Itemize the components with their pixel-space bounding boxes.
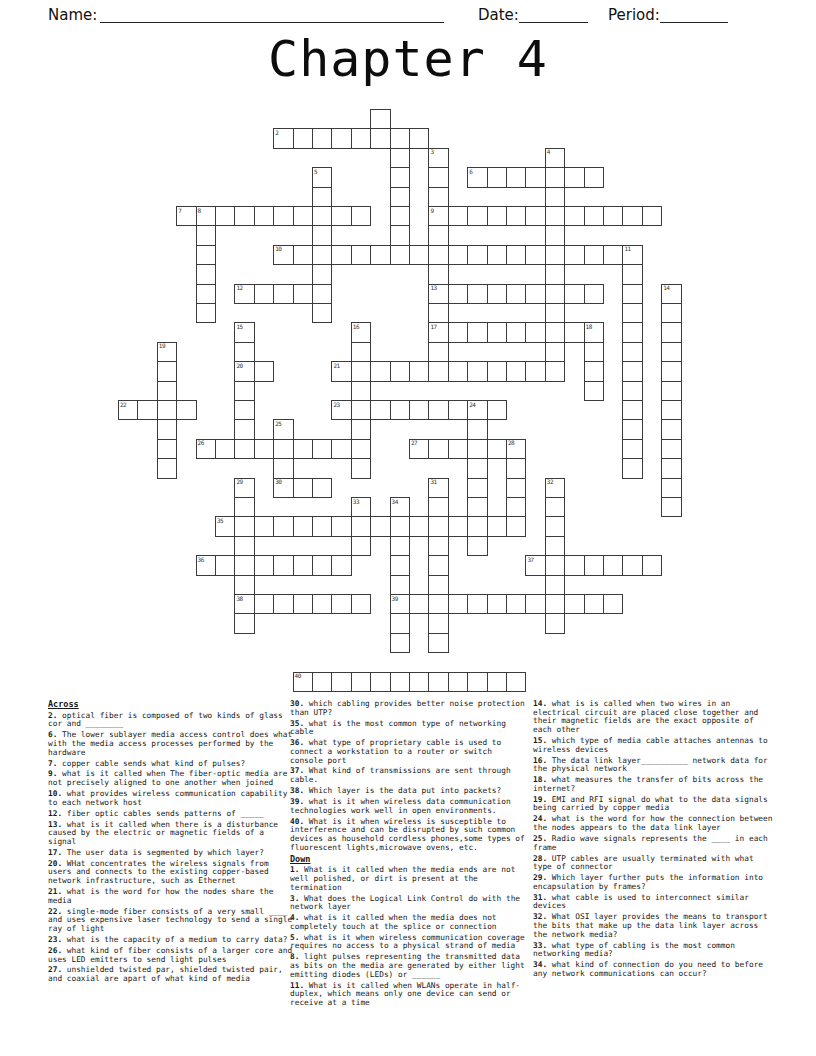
- grid-cell[interactable]: [467, 594, 487, 614]
- grid-cell[interactable]: [545, 322, 565, 342]
- grid-cell[interactable]: [390, 187, 410, 207]
- grid-cell[interactable]: 36: [196, 555, 216, 575]
- grid-cell[interactable]: [622, 439, 642, 459]
- grid-cell[interactable]: [525, 284, 545, 304]
- grid-cell[interactable]: [448, 284, 468, 304]
- grid-cell[interactable]: [215, 206, 235, 226]
- grid-cell[interactable]: [312, 128, 332, 148]
- grid-cell[interactable]: [157, 361, 177, 381]
- grid-cell[interactable]: [215, 439, 235, 459]
- grid-cell[interactable]: [254, 361, 274, 381]
- grid-cell[interactable]: 25: [273, 419, 293, 439]
- grid-cell[interactable]: [254, 439, 274, 459]
- grid-cell[interactable]: [370, 400, 390, 420]
- grid-cell[interactable]: [584, 555, 604, 575]
- grid-cell[interactable]: 38: [234, 594, 254, 614]
- grid-cell[interactable]: [370, 245, 390, 265]
- grid-cell[interactable]: 20: [234, 361, 254, 381]
- grid-cell[interactable]: [157, 458, 177, 478]
- grid-cell[interactable]: [234, 555, 254, 575]
- grid-cell[interactable]: [273, 516, 293, 536]
- grid-cell[interactable]: [622, 361, 642, 381]
- grid-cell[interactable]: [428, 361, 448, 381]
- grid-cell[interactable]: [428, 245, 448, 265]
- grid-cell[interactable]: [506, 497, 526, 517]
- grid-cell[interactable]: [584, 342, 604, 362]
- grid-cell[interactable]: [370, 516, 390, 536]
- grid-cell[interactable]: [157, 400, 177, 420]
- grid-cell[interactable]: [157, 419, 177, 439]
- grid-cell[interactable]: [390, 516, 410, 536]
- grid-cell[interactable]: [545, 594, 565, 614]
- grid-cell[interactable]: [467, 439, 487, 459]
- grid-cell[interactable]: [622, 264, 642, 284]
- grid-cell[interactable]: [390, 245, 410, 265]
- grid-cell[interactable]: [661, 419, 681, 439]
- grid-cell[interactable]: [390, 361, 410, 381]
- grid-cell[interactable]: [409, 516, 429, 536]
- grid-cell[interactable]: [293, 128, 313, 148]
- grid-cell[interactable]: [506, 594, 526, 614]
- grid-cell[interactable]: [428, 167, 448, 187]
- grid-cell[interactable]: [351, 245, 371, 265]
- grid-cell[interactable]: [584, 381, 604, 401]
- grid-cell[interactable]: 7: [176, 206, 196, 226]
- grid-cell[interactable]: 11: [622, 245, 642, 265]
- grid-cell[interactable]: [234, 536, 254, 556]
- across-clue-10: 10. what provides wireless communication…: [48, 790, 296, 807]
- grid-cell[interactable]: [467, 361, 487, 381]
- grid-cell[interactable]: [273, 594, 293, 614]
- grid-cell[interactable]: [428, 400, 448, 420]
- grid-cell[interactable]: [564, 284, 584, 304]
- grid-cell[interactable]: 34: [390, 497, 410, 517]
- grid-cell[interactable]: [448, 361, 468, 381]
- grid-cell[interactable]: [409, 128, 429, 148]
- grid-cell[interactable]: [545, 284, 565, 304]
- grid-cell[interactable]: [506, 516, 526, 536]
- date-line[interactable]: [519, 21, 588, 23]
- grid-cell[interactable]: [312, 187, 332, 207]
- grid-cell[interactable]: [506, 322, 526, 342]
- grid-cell[interactable]: [467, 516, 487, 536]
- grid-cell[interactable]: 14: [661, 284, 681, 304]
- grid-cell[interactable]: [196, 225, 216, 245]
- grid-cell[interactable]: [545, 361, 565, 381]
- grid-cell[interactable]: [428, 264, 448, 284]
- grid-cell[interactable]: [293, 284, 313, 304]
- grid-cell[interactable]: 21: [331, 361, 351, 381]
- grid-cell[interactable]: [545, 555, 565, 575]
- grid-cell[interactable]: [409, 361, 429, 381]
- grid-cell[interactable]: [312, 516, 332, 536]
- grid-cell[interactable]: [331, 594, 351, 614]
- grid-cell[interactable]: [584, 245, 604, 265]
- grid-cell[interactable]: [584, 206, 604, 226]
- grid-cell[interactable]: [331, 439, 351, 459]
- grid-cell[interactable]: [390, 536, 410, 556]
- grid-cell[interactable]: [293, 245, 313, 265]
- grid-cell[interactable]: [448, 594, 468, 614]
- grid-cell[interactable]: 13: [428, 284, 448, 304]
- grid-cell[interactable]: [487, 672, 507, 692]
- grid-cell[interactable]: [467, 672, 487, 692]
- grid-cell[interactable]: 28: [506, 439, 526, 459]
- name-line[interactable]: [100, 21, 444, 23]
- grid-cell[interactable]: [196, 303, 216, 323]
- grid-cell[interactable]: [312, 284, 332, 304]
- grid-cell[interactable]: [254, 284, 274, 304]
- grid-cell[interactable]: 22: [118, 400, 138, 420]
- grid-cell[interactable]: 40: [293, 672, 313, 692]
- grid-cell[interactable]: [331, 206, 351, 226]
- grid-cell[interactable]: [487, 206, 507, 226]
- grid-cell[interactable]: [409, 672, 429, 692]
- grid-cell[interactable]: [176, 400, 196, 420]
- grid-cell[interactable]: [351, 206, 371, 226]
- grid-cell[interactable]: [564, 206, 584, 226]
- grid-cell[interactable]: [467, 322, 487, 342]
- grid-cell[interactable]: [351, 536, 371, 556]
- grid-cell[interactable]: [642, 206, 662, 226]
- grid-cell[interactable]: [312, 439, 332, 459]
- grid-cell[interactable]: [312, 264, 332, 284]
- grid-cell[interactable]: [234, 342, 254, 362]
- grid-cell[interactable]: [312, 225, 332, 245]
- grid-cell[interactable]: [506, 478, 526, 498]
- grid-cell[interactable]: [273, 206, 293, 226]
- grid-cell[interactable]: [215, 555, 235, 575]
- grid-cell[interactable]: 6: [467, 167, 487, 187]
- grid-cell[interactable]: [390, 672, 410, 692]
- grid-cell[interactable]: [428, 594, 448, 614]
- grid-cell[interactable]: [370, 361, 390, 381]
- grid-cell[interactable]: [273, 284, 293, 304]
- grid-cell[interactable]: [409, 594, 429, 614]
- grid-cell[interactable]: [331, 672, 351, 692]
- grid-cell[interactable]: [603, 245, 623, 265]
- grid-cell[interactable]: [234, 497, 254, 517]
- grid-cell[interactable]: [312, 594, 332, 614]
- grid-cell[interactable]: [293, 439, 313, 459]
- grid-cell[interactable]: [448, 400, 468, 420]
- grid-cell[interactable]: [487, 361, 507, 381]
- grid-cell[interactable]: [487, 516, 507, 536]
- grid-cell[interactable]: [196, 284, 216, 304]
- grid-cell[interactable]: [351, 594, 371, 614]
- grid-cell[interactable]: [564, 555, 584, 575]
- grid-cell[interactable]: [506, 206, 526, 226]
- grid-cell[interactable]: [525, 322, 545, 342]
- grid-cell[interactable]: [622, 419, 642, 439]
- grid-cell[interactable]: [331, 128, 351, 148]
- grid-cell[interactable]: [584, 284, 604, 304]
- grid-cell[interactable]: [487, 400, 507, 420]
- grid-cell[interactable]: [331, 516, 351, 536]
- grid-cell[interactable]: [351, 458, 371, 478]
- grid-cell[interactable]: 29: [234, 478, 254, 498]
- grid-cell[interactable]: 19: [157, 342, 177, 362]
- grid-cell[interactable]: [428, 633, 448, 653]
- grid-cell[interactable]: [409, 400, 429, 420]
- grid-cell[interactable]: [661, 361, 681, 381]
- grid-cell[interactable]: 26: [196, 439, 216, 459]
- grid-cell[interactable]: [370, 128, 390, 148]
- grid-cell[interactable]: [254, 206, 274, 226]
- grid-cell[interactable]: [351, 128, 371, 148]
- grid-cell[interactable]: [390, 633, 410, 653]
- grid-cell[interactable]: [584, 167, 604, 187]
- clue-number: 31: [430, 479, 436, 485]
- grid-cell[interactable]: [603, 206, 623, 226]
- grid-cell[interactable]: 4: [545, 148, 565, 168]
- grid-cell[interactable]: [448, 245, 468, 265]
- grid-cell[interactable]: [506, 167, 526, 187]
- grid-cell[interactable]: [506, 284, 526, 304]
- grid-cell[interactable]: [370, 672, 390, 692]
- clues-column-2: 30. which cabling provides better noise …: [290, 700, 528, 1010]
- grid-cell[interactable]: 23: [331, 400, 351, 420]
- grid-cell[interactable]: [390, 400, 410, 420]
- grid-cell[interactable]: [584, 361, 604, 381]
- grid-cell[interactable]: [409, 245, 429, 265]
- grid-cell[interactable]: [661, 381, 681, 401]
- grid-cell[interactable]: 2: [273, 128, 293, 148]
- grid-cell[interactable]: 32: [545, 478, 565, 498]
- grid-cell[interactable]: [370, 109, 390, 129]
- grid-cell[interactable]: [273, 458, 293, 478]
- grid-cell[interactable]: [564, 167, 584, 187]
- grid-cell[interactable]: [428, 516, 448, 536]
- grid-cell[interactable]: [428, 342, 448, 362]
- grid-cell[interactable]: [351, 419, 371, 439]
- grid-cell[interactable]: [390, 167, 410, 187]
- grid-cell[interactable]: [564, 594, 584, 614]
- grid-cell[interactable]: [390, 206, 410, 226]
- grid-cell[interactable]: [584, 594, 604, 614]
- grid-cell[interactable]: [545, 516, 565, 536]
- grid-cell[interactable]: 16: [351, 322, 371, 342]
- grid-cell[interactable]: [428, 575, 448, 595]
- grid-cell[interactable]: [157, 381, 177, 401]
- grid-cell[interactable]: [622, 342, 642, 362]
- grid-cell[interactable]: [234, 439, 254, 459]
- grid-cell[interactable]: [545, 303, 565, 323]
- grid-cell[interactable]: [661, 322, 681, 342]
- grid-cell[interactable]: [234, 400, 254, 420]
- grid-cell[interactable]: [234, 381, 254, 401]
- grid-cell[interactable]: 12: [234, 284, 254, 304]
- grid-cell[interactable]: [293, 478, 313, 498]
- grid-cell[interactable]: [622, 322, 642, 342]
- grid-cell[interactable]: [487, 439, 507, 459]
- grid-cell[interactable]: [390, 555, 410, 575]
- grid-cell[interactable]: [525, 245, 545, 265]
- grid-cell[interactable]: [428, 497, 448, 517]
- grid-cell[interactable]: [351, 516, 371, 536]
- grid-cell[interactable]: [487, 322, 507, 342]
- grid-cell[interactable]: [661, 439, 681, 459]
- grid-cell[interactable]: [448, 439, 468, 459]
- grid-cell[interactable]: [312, 672, 332, 692]
- grid-cell[interactable]: [234, 419, 254, 439]
- grid-cell[interactable]: [273, 439, 293, 459]
- grid-cell[interactable]: 17: [428, 322, 448, 342]
- grid-cell[interactable]: [234, 516, 254, 536]
- grid-cell[interactable]: [525, 594, 545, 614]
- grid-cell[interactable]: [661, 303, 681, 323]
- grid-cell[interactable]: [545, 245, 565, 265]
- grid-cell[interactable]: [390, 613, 410, 633]
- grid-cell[interactable]: [622, 458, 642, 478]
- grid-cell[interactable]: [622, 284, 642, 304]
- grid-cell[interactable]: [603, 594, 623, 614]
- grid-cell[interactable]: [545, 575, 565, 595]
- grid-cell[interactable]: [390, 128, 410, 148]
- grid-cell[interactable]: [545, 187, 565, 207]
- grid-cell[interactable]: [157, 439, 177, 459]
- grid-cell[interactable]: 27: [409, 439, 429, 459]
- grid-cell[interactable]: [331, 245, 351, 265]
- grid-cell[interactable]: [661, 458, 681, 478]
- grid-cell[interactable]: [506, 361, 526, 381]
- grid-cell[interactable]: [273, 555, 293, 575]
- grid-cell[interactable]: [525, 206, 545, 226]
- grid-cell[interactable]: [545, 225, 565, 245]
- grid-cell[interactable]: [428, 303, 448, 323]
- grid-cell[interactable]: [661, 400, 681, 420]
- grid-cell[interactable]: 10: [273, 245, 293, 265]
- grid-cell[interactable]: [467, 478, 487, 498]
- period-line[interactable]: [660, 21, 728, 23]
- grid-cell[interactable]: [390, 575, 410, 595]
- grid-cell[interactable]: [351, 342, 371, 362]
- grid-cell[interactable]: 8: [196, 206, 216, 226]
- grid-cell[interactable]: [545, 342, 565, 362]
- grid-cell[interactable]: [545, 613, 565, 633]
- grid-cell[interactable]: [467, 284, 487, 304]
- grid-cell[interactable]: [254, 516, 274, 536]
- grid-cell[interactable]: [390, 225, 410, 245]
- grid-cell[interactable]: [545, 536, 565, 556]
- grid-cell[interactable]: 5: [312, 167, 332, 187]
- grid-cell[interactable]: [312, 478, 332, 498]
- grid-cell[interactable]: 35: [215, 516, 235, 536]
- grid-cell[interactable]: [545, 497, 565, 517]
- grid-cell[interactable]: [137, 400, 157, 420]
- grid-cell[interactable]: [642, 555, 662, 575]
- grid-cell[interactable]: 31: [428, 478, 448, 498]
- grid-cell[interactable]: [428, 536, 448, 556]
- grid-cell[interactable]: [603, 555, 623, 575]
- grid-cell[interactable]: [254, 555, 274, 575]
- grid-cell[interactable]: [448, 516, 468, 536]
- grid-cell[interactable]: [622, 206, 642, 226]
- grid-cell[interactable]: [351, 381, 371, 401]
- grid-cell[interactable]: [545, 264, 565, 284]
- grid-cell[interactable]: [293, 206, 313, 226]
- grid-cell[interactable]: [196, 245, 216, 265]
- grid-cell[interactable]: [254, 594, 274, 614]
- grid-cell[interactable]: [428, 672, 448, 692]
- grid-cell[interactable]: [234, 206, 254, 226]
- grid-cell[interactable]: [293, 594, 313, 614]
- grid-cell[interactable]: [467, 458, 487, 478]
- grid-cell[interactable]: [390, 148, 410, 168]
- grid-cell[interactable]: [351, 400, 371, 420]
- grid-cell[interactable]: [351, 672, 371, 692]
- grid-cell[interactable]: [467, 536, 487, 556]
- grid-cell[interactable]: [661, 342, 681, 362]
- grid-cell[interactable]: [351, 439, 371, 459]
- grid-cell[interactable]: [525, 167, 545, 187]
- grid-cell[interactable]: [467, 206, 487, 226]
- grid-cell[interactable]: [467, 245, 487, 265]
- grid-cell[interactable]: [487, 245, 507, 265]
- grid-cell[interactable]: [545, 206, 565, 226]
- grid-cell[interactable]: [351, 361, 371, 381]
- grid-cell[interactable]: [622, 381, 642, 401]
- grid-cell[interactable]: [661, 478, 681, 498]
- grid-cell[interactable]: [545, 167, 565, 187]
- grid-cell[interactable]: [312, 206, 332, 226]
- grid-cell[interactable]: 37: [525, 555, 545, 575]
- grid-cell[interactable]: [312, 245, 332, 265]
- grid-cell[interactable]: [622, 555, 642, 575]
- grid-cell[interactable]: [428, 613, 448, 633]
- grid-cell[interactable]: [448, 206, 468, 226]
- grid-cell[interactable]: [622, 303, 642, 323]
- grid-cell[interactable]: [622, 400, 642, 420]
- grid-cell[interactable]: [448, 672, 468, 692]
- grid-cell[interactable]: [506, 245, 526, 265]
- grid-cell[interactable]: 18: [584, 322, 604, 342]
- grid-cell[interactable]: [428, 187, 448, 207]
- grid-cell[interactable]: 24: [467, 400, 487, 420]
- grid-cell[interactable]: [564, 322, 584, 342]
- grid-cell[interactable]: [331, 555, 351, 575]
- grid-cell[interactable]: [487, 594, 507, 614]
- grid-cell[interactable]: [428, 439, 448, 459]
- grid-cell[interactable]: [448, 322, 468, 342]
- grid-cell[interactable]: [293, 516, 313, 536]
- grid-cell[interactable]: [467, 497, 487, 517]
- grid-cell[interactable]: 3: [428, 148, 448, 168]
- grid-cell[interactable]: 15: [234, 322, 254, 342]
- clue-number: 9: [430, 208, 433, 214]
- grid-cell[interactable]: [312, 303, 332, 323]
- grid-cell[interactable]: 33: [351, 497, 371, 517]
- grid-cell[interactable]: [506, 672, 526, 692]
- grid-cell[interactable]: [661, 497, 681, 517]
- grid-cell[interactable]: [506, 458, 526, 478]
- grid-cell[interactable]: [487, 167, 507, 187]
- grid-cell[interactable]: 39: [390, 594, 410, 614]
- grid-cell[interactable]: [293, 555, 313, 575]
- grid-cell[interactable]: [564, 245, 584, 265]
- grid-cell[interactable]: [487, 284, 507, 304]
- grid-cell[interactable]: [525, 361, 545, 381]
- grid-cell[interactable]: 9: [428, 206, 448, 226]
- grid-cell[interactable]: 30: [273, 478, 293, 498]
- grid-cell[interactable]: [234, 613, 254, 633]
- grid-cell[interactable]: [234, 575, 254, 595]
- grid-cell[interactable]: [467, 419, 487, 439]
- grid-cell[interactable]: [428, 555, 448, 575]
- grid-cell[interactable]: [428, 225, 448, 245]
- grid-cell[interactable]: [196, 264, 216, 284]
- grid-cell[interactable]: [312, 555, 332, 575]
